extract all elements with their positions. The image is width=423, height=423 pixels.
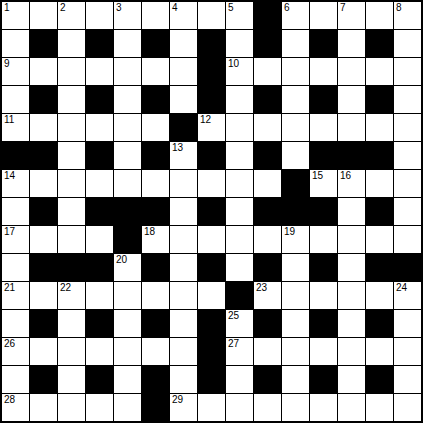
cell-r10c0[interactable]: 21 (2, 282, 29, 309)
cell-r0c3[interactable] (86, 2, 113, 29)
cell-r12c2[interactable] (58, 338, 85, 365)
cell-r1c4[interactable] (114, 30, 141, 57)
cell-r10c14[interactable]: 24 (394, 282, 421, 309)
cell-r8c14[interactable] (394, 226, 421, 253)
black-cell-r1c7 (198, 30, 225, 57)
cell-r8c12[interactable] (338, 226, 365, 253)
cell-r8c8[interactable] (226, 226, 253, 253)
cell-r10c11[interactable] (310, 282, 337, 309)
cell-r12c12[interactable] (338, 338, 365, 365)
clue-number-14: 14 (4, 170, 15, 181)
cell-r9c10[interactable] (282, 254, 309, 281)
cell-r8c5[interactable]: 18 (142, 226, 169, 253)
cell-r0c14[interactable]: 8 (394, 2, 421, 29)
black-cell-r9c1 (30, 254, 57, 281)
cell-r12c3[interactable] (86, 338, 113, 365)
cell-r14c13[interactable] (366, 394, 393, 421)
black-cell-r10c8 (226, 282, 253, 309)
cell-r8c13[interactable] (366, 226, 393, 253)
cell-r4c0[interactable]: 11 (2, 114, 29, 141)
black-cell-r3c3 (86, 86, 113, 113)
cell-r4c3[interactable] (86, 114, 113, 141)
black-cell-r1c3 (86, 30, 113, 57)
cell-r11c14[interactable] (394, 310, 421, 337)
cell-r2c14[interactable] (394, 58, 421, 85)
clue-number-10: 10 (228, 58, 239, 69)
clue-number-3: 3 (116, 2, 122, 13)
clue-number-9: 9 (4, 58, 10, 69)
cell-r6c11[interactable]: 15 (310, 170, 337, 197)
cell-r14c2[interactable] (58, 394, 85, 421)
cell-r0c8[interactable]: 5 (226, 2, 253, 29)
black-cell-r9c13 (366, 254, 393, 281)
cell-r11c4[interactable] (114, 310, 141, 337)
black-cell-r13c13 (366, 366, 393, 393)
cell-r2c6[interactable] (170, 58, 197, 85)
black-cell-r7c5 (142, 198, 169, 225)
cell-r6c1[interactable] (30, 170, 57, 197)
cell-r2c12[interactable] (338, 58, 365, 85)
cell-r6c9[interactable] (254, 170, 281, 197)
cell-r14c1[interactable] (30, 394, 57, 421)
clue-number-2: 2 (60, 2, 66, 13)
black-cell-r13c7 (198, 366, 225, 393)
cell-r0c2[interactable]: 2 (58, 2, 85, 29)
clue-number-28: 28 (4, 394, 15, 405)
cell-r8c2[interactable] (58, 226, 85, 253)
cell-r7c8[interactable] (226, 198, 253, 225)
cell-r8c7[interactable] (198, 226, 225, 253)
cell-r4c9[interactable] (254, 114, 281, 141)
black-cell-r2c7 (198, 58, 225, 85)
cell-r2c13[interactable] (366, 58, 393, 85)
cell-r10c10[interactable] (282, 282, 309, 309)
cell-r3c2[interactable] (58, 86, 85, 113)
cell-r12c9[interactable] (254, 338, 281, 365)
cell-r14c6[interactable]: 29 (170, 394, 197, 421)
black-cell-r11c11 (310, 310, 337, 337)
black-cell-r4c6 (170, 114, 197, 141)
cell-r11c8[interactable]: 25 (226, 310, 253, 337)
cell-r12c13[interactable] (366, 338, 393, 365)
clue-number-17: 17 (4, 226, 15, 237)
cell-r10c1[interactable] (30, 282, 57, 309)
clue-number-27: 27 (228, 338, 239, 349)
cell-r10c2[interactable]: 22 (58, 282, 85, 309)
cell-r11c6[interactable] (170, 310, 197, 337)
black-cell-r7c9 (254, 198, 281, 225)
cell-r4c7[interactable]: 12 (198, 114, 225, 141)
cell-r1c14[interactable] (394, 30, 421, 57)
black-cell-r5c0 (2, 142, 29, 169)
cell-r11c12[interactable] (338, 310, 365, 337)
black-cell-r8c4 (114, 226, 141, 253)
black-cell-r12c7 (198, 338, 225, 365)
cell-r6c4[interactable] (114, 170, 141, 197)
cell-r0c12[interactable]: 7 (338, 2, 365, 29)
cell-r0c1[interactable] (30, 2, 57, 29)
cell-r11c10[interactable] (282, 310, 309, 337)
cell-r8c11[interactable] (310, 226, 337, 253)
cell-r2c9[interactable] (254, 58, 281, 85)
cell-r8c9[interactable] (254, 226, 281, 253)
cell-r14c4[interactable] (114, 394, 141, 421)
cell-r3c6[interactable] (170, 86, 197, 113)
cell-r14c10[interactable] (282, 394, 309, 421)
cell-r4c12[interactable] (338, 114, 365, 141)
cell-r6c2[interactable] (58, 170, 85, 197)
cell-r2c8[interactable]: 10 (226, 58, 253, 85)
black-cell-r0c9 (254, 2, 281, 29)
cell-r1c2[interactable] (58, 30, 85, 57)
black-cell-r5c9 (254, 142, 281, 169)
black-cell-r7c7 (198, 198, 225, 225)
clue-number-7: 7 (340, 2, 346, 13)
cell-r10c12[interactable] (338, 282, 365, 309)
cell-r8c0[interactable]: 17 (2, 226, 29, 253)
black-cell-r3c13 (366, 86, 393, 113)
clue-number-8: 8 (396, 2, 402, 13)
cell-r12c8[interactable]: 27 (226, 338, 253, 365)
cell-r6c12[interactable]: 16 (338, 170, 365, 197)
clue-number-1: 1 (4, 2, 10, 13)
black-cell-r3c9 (254, 86, 281, 113)
cell-r13c4[interactable] (114, 366, 141, 393)
black-cell-r11c7 (198, 310, 225, 337)
cell-r14c9[interactable] (254, 394, 281, 421)
cell-r8c10[interactable]: 19 (282, 226, 309, 253)
clue-number-22: 22 (60, 282, 71, 293)
black-cell-r1c13 (366, 30, 393, 57)
cell-r3c10[interactable] (282, 86, 309, 113)
cell-r2c4[interactable] (114, 58, 141, 85)
black-cell-r3c5 (142, 86, 169, 113)
cell-r2c5[interactable] (142, 58, 169, 85)
cell-r0c4[interactable]: 3 (114, 2, 141, 29)
black-cell-r7c3 (86, 198, 113, 225)
black-cell-r11c9 (254, 310, 281, 337)
black-cell-r9c7 (198, 254, 225, 281)
cell-r13c2[interactable] (58, 366, 85, 393)
black-cell-r1c11 (310, 30, 337, 57)
clue-number-20: 20 (116, 254, 127, 265)
black-cell-r13c1 (30, 366, 57, 393)
black-cell-r1c5 (142, 30, 169, 57)
cell-r6c5[interactable] (142, 170, 169, 197)
cell-r2c3[interactable] (86, 58, 113, 85)
black-cell-r9c5 (142, 254, 169, 281)
cell-r10c13[interactable] (366, 282, 393, 309)
cell-r5c2[interactable] (58, 142, 85, 169)
cell-r7c6[interactable] (170, 198, 197, 225)
cell-r13c0[interactable] (2, 366, 29, 393)
black-cell-r13c11 (310, 366, 337, 393)
cell-r7c12[interactable] (338, 198, 365, 225)
clue-number-21: 21 (4, 282, 15, 293)
cell-r4c2[interactable] (58, 114, 85, 141)
cell-r10c4[interactable] (114, 282, 141, 309)
cell-r9c4[interactable]: 20 (114, 254, 141, 281)
cell-r3c14[interactable] (394, 86, 421, 113)
cell-r7c2[interactable] (58, 198, 85, 225)
black-cell-r5c5 (142, 142, 169, 169)
black-cell-r3c11 (310, 86, 337, 113)
black-cell-r6c10 (282, 170, 309, 197)
cell-r9c8[interactable] (226, 254, 253, 281)
clue-number-16: 16 (340, 170, 351, 181)
black-cell-r5c12 (338, 142, 365, 169)
black-cell-r7c1 (30, 198, 57, 225)
black-cell-r5c1 (30, 142, 57, 169)
cell-r3c0[interactable] (2, 86, 29, 113)
clue-number-4: 4 (172, 2, 178, 13)
cell-r9c6[interactable] (170, 254, 197, 281)
cell-r4c8[interactable] (226, 114, 253, 141)
cell-r1c12[interactable] (338, 30, 365, 57)
cell-r14c11[interactable] (310, 394, 337, 421)
clue-number-24: 24 (396, 282, 407, 293)
cell-r5c14[interactable] (394, 142, 421, 169)
black-cell-r9c2 (58, 254, 85, 281)
black-cell-r5c7 (198, 142, 225, 169)
cell-r9c0[interactable] (2, 254, 29, 281)
clue-number-25: 25 (228, 310, 239, 321)
cell-r1c6[interactable] (170, 30, 197, 57)
cell-r6c7[interactable] (198, 170, 225, 197)
cell-r12c1[interactable] (30, 338, 57, 365)
clue-number-6: 6 (284, 2, 290, 13)
crossword-grid: 1234567891011121314151617181920212223242… (0, 0, 423, 423)
cell-r8c6[interactable] (170, 226, 197, 253)
cell-r6c8[interactable] (226, 170, 253, 197)
black-cell-r5c13 (366, 142, 393, 169)
black-cell-r9c11 (310, 254, 337, 281)
black-cell-r7c13 (366, 198, 393, 225)
black-cell-r9c14 (394, 254, 421, 281)
cell-r10c6[interactable] (170, 282, 197, 309)
clue-number-15: 15 (312, 170, 323, 181)
black-cell-r13c9 (254, 366, 281, 393)
cell-r5c10[interactable] (282, 142, 309, 169)
black-cell-r11c3 (86, 310, 113, 337)
cell-r7c14[interactable] (394, 198, 421, 225)
clue-number-12: 12 (200, 114, 211, 125)
cell-r4c5[interactable] (142, 114, 169, 141)
cell-r6c3[interactable] (86, 170, 113, 197)
black-cell-r9c9 (254, 254, 281, 281)
cell-r10c5[interactable] (142, 282, 169, 309)
cell-r6c14[interactable] (394, 170, 421, 197)
cell-r14c8[interactable] (226, 394, 253, 421)
cell-r7c0[interactable] (2, 198, 29, 225)
cell-r11c0[interactable] (2, 310, 29, 337)
cell-r8c3[interactable] (86, 226, 113, 253)
black-cell-r7c11 (310, 198, 337, 225)
cell-r2c0[interactable]: 9 (2, 58, 29, 85)
cell-r6c0[interactable]: 14 (2, 170, 29, 197)
clue-number-19: 19 (284, 226, 295, 237)
cell-r12c0[interactable]: 26 (2, 338, 29, 365)
cell-r4c1[interactable] (30, 114, 57, 141)
cell-r6c13[interactable] (366, 170, 393, 197)
cell-r0c7[interactable] (198, 2, 225, 29)
cell-r4c10[interactable] (282, 114, 309, 141)
black-cell-r7c4 (114, 198, 141, 225)
cell-r5c6[interactable]: 13 (170, 142, 197, 169)
cell-r13c10[interactable] (282, 366, 309, 393)
black-cell-r1c9 (254, 30, 281, 57)
cell-r12c11[interactable] (310, 338, 337, 365)
black-cell-r13c3 (86, 366, 113, 393)
clue-number-29: 29 (172, 394, 183, 405)
black-cell-r14c5 (142, 394, 169, 421)
cell-r2c11[interactable] (310, 58, 337, 85)
cell-r3c8[interactable] (226, 86, 253, 113)
cell-r13c14[interactable] (394, 366, 421, 393)
black-cell-r9c3 (86, 254, 113, 281)
black-cell-r3c7 (198, 86, 225, 113)
cell-r0c11[interactable] (310, 2, 337, 29)
cell-r13c8[interactable] (226, 366, 253, 393)
cell-r12c6[interactable] (170, 338, 197, 365)
clue-number-18: 18 (144, 226, 155, 237)
cell-r2c10[interactable] (282, 58, 309, 85)
cell-r2c1[interactable] (30, 58, 57, 85)
black-cell-r3c1 (30, 86, 57, 113)
cell-r10c9[interactable]: 23 (254, 282, 281, 309)
cell-r8c1[interactable] (30, 226, 57, 253)
clue-number-23: 23 (256, 282, 267, 293)
clue-number-13: 13 (172, 142, 183, 153)
cell-r1c0[interactable] (2, 30, 29, 57)
cell-r14c0[interactable]: 28 (2, 394, 29, 421)
cell-r12c14[interactable] (394, 338, 421, 365)
cell-r13c6[interactable] (170, 366, 197, 393)
cell-r4c14[interactable] (394, 114, 421, 141)
cell-r14c3[interactable] (86, 394, 113, 421)
cell-r1c8[interactable] (226, 30, 253, 57)
cell-r0c0[interactable]: 1 (2, 2, 29, 29)
cell-r4c13[interactable] (366, 114, 393, 141)
cell-r12c5[interactable] (142, 338, 169, 365)
cell-r3c4[interactable] (114, 86, 141, 113)
cell-r14c7[interactable] (198, 394, 225, 421)
cell-r14c12[interactable] (338, 394, 365, 421)
cell-r3c12[interactable] (338, 86, 365, 113)
black-cell-r11c5 (142, 310, 169, 337)
cell-r0c6[interactable]: 4 (170, 2, 197, 29)
cell-r2c2[interactable] (58, 58, 85, 85)
cell-r13c12[interactable] (338, 366, 365, 393)
cell-r5c4[interactable] (114, 142, 141, 169)
black-cell-r11c1 (30, 310, 57, 337)
cell-r0c10[interactable]: 6 (282, 2, 309, 29)
cell-r6c6[interactable] (170, 170, 197, 197)
cell-r12c10[interactable] (282, 338, 309, 365)
clue-number-11: 11 (4, 114, 14, 125)
cell-r9c12[interactable] (338, 254, 365, 281)
black-cell-r5c3 (86, 142, 113, 169)
cell-r10c3[interactable] (86, 282, 113, 309)
cell-r0c13[interactable] (366, 2, 393, 29)
black-cell-r11c13 (366, 310, 393, 337)
black-cell-r5c11 (310, 142, 337, 169)
cell-r5c8[interactable] (226, 142, 253, 169)
cell-r14c14[interactable] (394, 394, 421, 421)
cell-r10c7[interactable] (198, 282, 225, 309)
cell-r11c2[interactable] (58, 310, 85, 337)
cell-r1c10[interactable] (282, 30, 309, 57)
clue-number-5: 5 (228, 2, 234, 13)
black-cell-r1c1 (30, 30, 57, 57)
cell-r4c4[interactable] (114, 114, 141, 141)
clue-number-26: 26 (4, 338, 15, 349)
cell-r12c4[interactable] (114, 338, 141, 365)
cell-r0c5[interactable] (142, 2, 169, 29)
black-cell-r13c5 (142, 366, 169, 393)
black-cell-r7c10 (282, 198, 309, 225)
cell-r4c11[interactable] (310, 114, 337, 141)
